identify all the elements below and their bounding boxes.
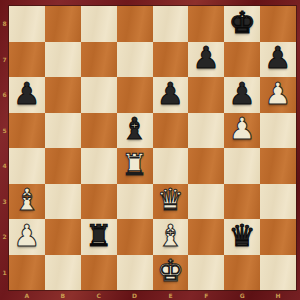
square-f1[interactable] <box>188 255 224 291</box>
piece-white-king[interactable]: ♚ <box>157 256 184 286</box>
piece-white-queen[interactable]: ♛ <box>157 185 184 215</box>
square-f7[interactable]: ♟ <box>188 42 224 78</box>
square-h4[interactable] <box>260 148 296 184</box>
file-label-e: E <box>153 290 189 300</box>
square-c5[interactable] <box>81 113 117 149</box>
piece-black-pawn[interactable]: ♟ <box>157 79 184 109</box>
file-labels: ABCDEFGH <box>9 290 296 300</box>
rank-label-1: 1 <box>0 255 9 291</box>
file-label-d: D <box>117 290 153 300</box>
square-a7[interactable] <box>9 42 45 78</box>
piece-black-rook[interactable]: ♜ <box>85 221 112 251</box>
piece-white-rook[interactable]: ♜ <box>121 150 148 180</box>
piece-white-pawn[interactable]: ♟ <box>13 221 40 251</box>
rank-label-7: 7 <box>0 42 9 78</box>
square-h6[interactable]: ♟ <box>260 77 296 113</box>
square-h2[interactable] <box>260 219 296 255</box>
square-c3[interactable] <box>81 184 117 220</box>
rank-labels: 87654321 <box>0 6 9 290</box>
square-d6[interactable] <box>117 77 153 113</box>
chess-board-frame: 87654321 ABCDEFGH ♚♟♟♟♟♟♟♝♟♜♝♛♟♜♝♛♚ <box>0 0 300 300</box>
square-d5[interactable]: ♝ <box>117 113 153 149</box>
square-b7[interactable] <box>45 42 81 78</box>
square-g6[interactable]: ♟ <box>224 77 260 113</box>
file-label-f: F <box>188 290 224 300</box>
square-f5[interactable] <box>188 113 224 149</box>
rank-label-4: 4 <box>0 148 9 184</box>
square-d4[interactable]: ♜ <box>117 148 153 184</box>
square-a3[interactable]: ♝ <box>9 184 45 220</box>
square-e7[interactable] <box>153 42 189 78</box>
square-a1[interactable] <box>9 255 45 291</box>
square-c1[interactable] <box>81 255 117 291</box>
file-label-g: G <box>224 290 260 300</box>
rank-label-6: 6 <box>0 77 9 113</box>
square-h3[interactable] <box>260 184 296 220</box>
piece-white-bishop[interactable]: ♝ <box>157 221 184 251</box>
file-label-h: H <box>260 290 296 300</box>
square-b5[interactable] <box>45 113 81 149</box>
square-a4[interactable] <box>9 148 45 184</box>
square-g8[interactable]: ♚ <box>224 6 260 42</box>
square-e5[interactable] <box>153 113 189 149</box>
square-g4[interactable] <box>224 148 260 184</box>
square-b4[interactable] <box>45 148 81 184</box>
piece-black-pawn[interactable]: ♟ <box>193 43 220 73</box>
square-b3[interactable] <box>45 184 81 220</box>
square-h1[interactable] <box>260 255 296 291</box>
square-e2[interactable]: ♝ <box>153 219 189 255</box>
square-d2[interactable] <box>117 219 153 255</box>
square-a8[interactable] <box>9 6 45 42</box>
square-d3[interactable] <box>117 184 153 220</box>
square-g5[interactable]: ♟ <box>224 113 260 149</box>
square-g7[interactable] <box>224 42 260 78</box>
square-f3[interactable] <box>188 184 224 220</box>
square-e8[interactable] <box>153 6 189 42</box>
piece-black-king[interactable]: ♚ <box>229 8 256 38</box>
file-label-c: C <box>81 290 117 300</box>
rank-label-5: 5 <box>0 113 9 149</box>
board-grid: ♚♟♟♟♟♟♟♝♟♜♝♛♟♜♝♛♚ <box>9 6 296 290</box>
square-b1[interactable] <box>45 255 81 291</box>
file-label-b: B <box>45 290 81 300</box>
square-f8[interactable] <box>188 6 224 42</box>
square-b8[interactable] <box>45 6 81 42</box>
square-e6[interactable]: ♟ <box>153 77 189 113</box>
square-h5[interactable] <box>260 113 296 149</box>
piece-white-pawn[interactable]: ♟ <box>265 79 292 109</box>
square-a6[interactable]: ♟ <box>9 77 45 113</box>
square-d7[interactable] <box>117 42 153 78</box>
square-c4[interactable] <box>81 148 117 184</box>
file-label-a: A <box>9 290 45 300</box>
rank-label-2: 2 <box>0 219 9 255</box>
square-b6[interactable] <box>45 77 81 113</box>
square-e4[interactable] <box>153 148 189 184</box>
square-c8[interactable] <box>81 6 117 42</box>
square-d1[interactable] <box>117 255 153 291</box>
piece-white-bishop[interactable]: ♝ <box>13 185 40 215</box>
square-a5[interactable] <box>9 113 45 149</box>
square-e3[interactable]: ♛ <box>153 184 189 220</box>
rank-label-8: 8 <box>0 6 9 42</box>
square-e1[interactable]: ♚ <box>153 255 189 291</box>
square-c7[interactable] <box>81 42 117 78</box>
piece-black-pawn[interactable]: ♟ <box>229 79 256 109</box>
piece-white-pawn[interactable]: ♟ <box>229 114 256 144</box>
square-d8[interactable] <box>117 6 153 42</box>
piece-black-bishop[interactable]: ♝ <box>121 114 148 144</box>
square-a2[interactable]: ♟ <box>9 219 45 255</box>
square-g2[interactable]: ♛ <box>224 219 260 255</box>
square-f2[interactable] <box>188 219 224 255</box>
square-f4[interactable] <box>188 148 224 184</box>
square-c2[interactable]: ♜ <box>81 219 117 255</box>
piece-black-pawn[interactable]: ♟ <box>265 43 292 73</box>
square-h8[interactable] <box>260 6 296 42</box>
square-g1[interactable] <box>224 255 260 291</box>
square-f6[interactable] <box>188 77 224 113</box>
square-g3[interactable] <box>224 184 260 220</box>
square-b2[interactable] <box>45 219 81 255</box>
piece-black-queen[interactable]: ♛ <box>229 221 256 251</box>
rank-label-3: 3 <box>0 184 9 220</box>
square-c6[interactable] <box>81 77 117 113</box>
square-h7[interactable]: ♟ <box>260 42 296 78</box>
piece-black-pawn[interactable]: ♟ <box>13 79 40 109</box>
